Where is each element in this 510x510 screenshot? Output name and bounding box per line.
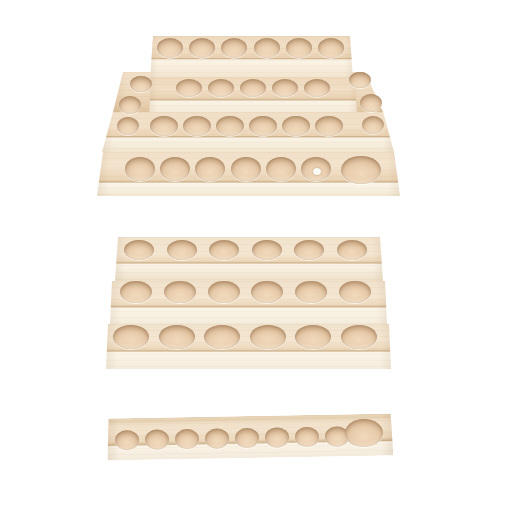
bottle-hole [160,157,190,181]
through-hole-dot [313,168,321,175]
product-photo-canvas [0,0,510,510]
bottle-hole [205,428,229,448]
bottle-hole [295,427,319,447]
bottle-hole [254,38,280,58]
large-bottle-hole [341,156,381,184]
edge-bottle-hole [349,72,371,88]
bottle-hole [145,429,169,449]
bottle-hole [318,38,344,58]
bottle-hole [216,116,244,136]
bottle-hole [252,240,282,260]
bottle-hole [282,116,310,136]
bottle-hole [115,430,139,450]
bottle-hole [183,116,211,136]
bottle-hole [341,325,377,349]
bottle-hole [240,79,266,97]
bottle-hole [231,157,261,181]
bottle-hole [124,240,154,260]
bottle-hole [189,38,215,58]
bottle-hole [120,281,152,303]
bottle-hole [266,157,296,181]
bottle-hole [175,429,199,449]
bottle-hole [315,116,343,136]
bottle-hole [157,38,183,58]
bottle-hole [113,325,149,349]
bottle-hole [208,79,234,97]
bottle-hole [164,281,196,303]
bottle-hole [235,428,259,448]
edge-bottle-hole [119,96,141,114]
edge-bottle-hole [117,117,139,135]
bottle-hole [167,240,197,260]
bottle-hole [272,79,298,97]
bottle-hole [125,157,155,181]
bottle-hole [208,281,240,303]
bottle-hole [295,281,327,303]
edge-bottle-hole [362,116,384,134]
large-bottle-hole [345,419,383,448]
edge-bottle-hole [360,94,382,112]
bottle-hole [337,240,367,260]
bottle-hole [209,240,239,260]
bottle-hole [204,325,240,349]
bottle-hole [286,38,312,58]
bottle-hole [159,325,195,349]
bottle-hole [250,325,286,349]
bottle-hole [265,427,289,447]
rack1-third-level-board [102,112,394,152]
flat-bottle-tray [107,414,394,461]
bottle-hole [339,281,371,303]
bottle-hole [304,79,330,97]
bottle-hole [176,79,202,97]
bottle-hole [150,116,178,136]
bottle-hole [249,116,277,136]
edge-bottle-hole [130,76,152,92]
